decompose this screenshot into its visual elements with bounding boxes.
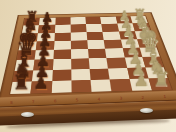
- square[interactable]: [52, 69, 71, 81]
- board-grid: ♜♟♟♜♞♟♟♞♝♟♟♝♚♟♟♚♛♟♟♛♝♟♟♝♞♟♟♞♜♟♟♜: [9, 16, 173, 95]
- black-bishop: ♝: [15, 49, 33, 70]
- edge-coordinate-mark: 6: [54, 99, 57, 103]
- square[interactable]: ♞: [22, 25, 39, 33]
- square[interactable]: [91, 79, 112, 92]
- square[interactable]: ♞: [13, 70, 34, 82]
- square[interactable]: ♜: [148, 78, 171, 90]
- square[interactable]: [71, 49, 89, 59]
- white-rook: ♜: [133, 8, 147, 23]
- square[interactable]: [53, 41, 70, 50]
- square[interactable]: ♛: [139, 47, 159, 57]
- square[interactable]: [90, 68, 110, 80]
- chessboard: ♜♟♟♜♞♟♟♞♝♟♟♝♚♟♟♚♛♟♟♛♝♟♟♝♞♟♟♞♜♟♟♜: [0, 12, 176, 101]
- square[interactable]: ♝: [135, 31, 154, 39]
- square[interactable]: [104, 39, 122, 48]
- square[interactable]: ♟: [34, 59, 53, 70]
- black-rook: ♜: [24, 10, 38, 25]
- white-pawn: ♟: [119, 10, 131, 23]
- square[interactable]: [51, 80, 71, 93]
- square[interactable]: [105, 48, 124, 58]
- edge-coordinate-mark: 1: [163, 95, 166, 99]
- square[interactable]: ♚: [137, 39, 157, 48]
- square[interactable]: [52, 59, 71, 70]
- square[interactable]: ♝: [20, 33, 38, 42]
- square[interactable]: [71, 58, 90, 69]
- edge-coordinate-mark: 4: [98, 98, 101, 102]
- edge-coordinate-mark: 7: [32, 100, 35, 104]
- square[interactable]: [110, 79, 132, 91]
- square[interactable]: [54, 32, 71, 41]
- square[interactable]: [107, 58, 127, 69]
- edge-coordinate-mark: 2: [141, 96, 144, 100]
- square[interactable]: [108, 68, 129, 79]
- square[interactable]: ♝: [15, 60, 35, 71]
- square[interactable]: ♟: [36, 41, 54, 50]
- square[interactable]: [53, 49, 71, 59]
- black-pawn: ♟: [41, 11, 53, 25]
- square[interactable]: [103, 31, 121, 40]
- square[interactable]: ♛: [17, 50, 36, 60]
- square[interactable]: [88, 49, 107, 59]
- square[interactable]: [101, 24, 118, 32]
- square[interactable]: ♚: [19, 41, 38, 50]
- square[interactable]: [54, 25, 70, 33]
- square[interactable]: ♞: [145, 67, 167, 78]
- square[interactable]: ♜: [10, 81, 32, 94]
- square[interactable]: [89, 58, 108, 69]
- square[interactable]: ♟: [31, 81, 52, 94]
- square[interactable]: ♟: [35, 50, 54, 60]
- edge-coordinate-mark: 3: [120, 97, 123, 101]
- latch-clasp-icon: [140, 108, 153, 113]
- board-frame: ♜♟♟♜♞♟♟♞♝♟♟♝♚♟♟♚♛♟♟♛♝♟♟♝♞♟♟♞♜♟♟♜: [0, 12, 176, 101]
- chess-set-photo: ♜♟♟♜♞♟♟♞♝♟♟♝♚♟♟♚♛♟♟♛♝♟♟♝♞♟♟♞♜♟♟♜ 8765432…: [0, 0, 176, 132]
- square[interactable]: ♝: [142, 57, 163, 68]
- square[interactable]: ♟: [32, 70, 52, 82]
- square[interactable]: [87, 40, 105, 49]
- square[interactable]: [71, 69, 91, 81]
- latch-clasp-icon: [21, 112, 34, 117]
- square[interactable]: [71, 40, 88, 49]
- edge-coordinate-mark: 8: [10, 101, 13, 105]
- edge-coordinate-mark: 5: [76, 98, 79, 102]
- square[interactable]: [71, 80, 91, 93]
- square[interactable]: ♟: [122, 48, 142, 58]
